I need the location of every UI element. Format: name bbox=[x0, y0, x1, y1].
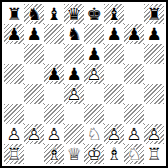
piece-black-king: ♚ bbox=[84, 4, 104, 24]
square-h2[interactable]: ♟♙ bbox=[144, 124, 164, 144]
piece-black-rook: ♜ bbox=[144, 4, 164, 24]
piece-white-king-fill: ♚ bbox=[84, 144, 104, 164]
piece-white-pawn: ♙ bbox=[84, 64, 104, 84]
piece-white-pawn: ♙ bbox=[144, 124, 164, 144]
square-a8[interactable]: ♜ bbox=[4, 4, 24, 24]
square-b4[interactable] bbox=[24, 84, 44, 104]
piece-black-pawn: ♟ bbox=[144, 24, 164, 44]
square-c5[interactable]: ♟ bbox=[44, 64, 64, 84]
square-a6[interactable] bbox=[4, 44, 24, 64]
chess-board: ♜♞♝♛♚♝♜♟♟♞♟♟♟♟♟♟♟♙♟♙♟♙♟♙♟♙♞♘♟♙♟♙♟♙♜♖♝♗♛♕… bbox=[4, 4, 164, 164]
piece-black-rook: ♜ bbox=[4, 4, 24, 24]
square-f1[interactable]: ♝♗ bbox=[104, 144, 124, 164]
piece-black-pawn: ♟ bbox=[104, 24, 124, 44]
square-e4[interactable] bbox=[84, 84, 104, 104]
piece-white-pawn: ♙ bbox=[44, 124, 64, 144]
square-d4[interactable]: ♟♙ bbox=[64, 84, 84, 104]
piece-white-rook: ♖ bbox=[144, 144, 164, 164]
piece-white-bishop-fill: ♝ bbox=[44, 144, 64, 164]
square-b5[interactable] bbox=[24, 64, 44, 84]
piece-white-pawn-fill: ♟ bbox=[104, 124, 124, 144]
piece-white-queen-fill: ♛ bbox=[64, 144, 84, 164]
piece-white-pawn-fill: ♟ bbox=[4, 124, 24, 144]
square-e8[interactable]: ♚ bbox=[84, 4, 104, 24]
square-g4[interactable] bbox=[124, 84, 144, 104]
square-f3[interactable] bbox=[104, 104, 124, 124]
square-h4[interactable] bbox=[144, 84, 164, 104]
square-c7[interactable] bbox=[44, 24, 64, 44]
square-b7[interactable]: ♟ bbox=[24, 24, 44, 44]
piece-white-pawn-fill: ♟ bbox=[124, 124, 144, 144]
piece-white-knight: ♘ bbox=[124, 144, 144, 164]
square-b6[interactable] bbox=[24, 44, 44, 64]
square-g1[interactable]: ♞♘ bbox=[124, 144, 144, 164]
piece-black-pawn: ♟ bbox=[44, 64, 64, 84]
piece-white-pawn: ♙ bbox=[24, 124, 44, 144]
square-g7[interactable]: ♟ bbox=[124, 24, 144, 44]
board-frame: ♜♞♝♛♚♝♜♟♟♞♟♟♟♟♟♟♟♙♟♙♟♙♟♙♟♙♞♘♟♙♟♙♟♙♜♖♝♗♛♕… bbox=[0, 0, 168, 168]
piece-white-rook-fill: ♜ bbox=[144, 144, 164, 164]
square-b8[interactable]: ♞ bbox=[24, 4, 44, 24]
square-c4[interactable] bbox=[44, 84, 64, 104]
square-e6[interactable]: ♟ bbox=[84, 44, 104, 64]
piece-white-knight-fill: ♞ bbox=[84, 124, 104, 144]
piece-black-bishop: ♝ bbox=[104, 4, 124, 24]
square-g2[interactable]: ♟♙ bbox=[124, 124, 144, 144]
square-d6[interactable] bbox=[64, 44, 84, 64]
piece-white-pawn: ♙ bbox=[104, 124, 124, 144]
piece-black-pawn: ♟ bbox=[124, 24, 144, 44]
square-d5[interactable]: ♟ bbox=[64, 64, 84, 84]
square-h8[interactable]: ♜ bbox=[144, 4, 164, 24]
piece-white-king: ♔ bbox=[84, 144, 104, 164]
piece-white-pawn-fill: ♟ bbox=[24, 124, 44, 144]
square-c8[interactable]: ♝ bbox=[44, 4, 64, 24]
square-a3[interactable] bbox=[4, 104, 24, 124]
piece-white-knight-fill: ♞ bbox=[124, 144, 144, 164]
square-c3[interactable] bbox=[44, 104, 64, 124]
piece-white-pawn: ♙ bbox=[64, 84, 84, 104]
square-f6[interactable] bbox=[104, 44, 124, 64]
piece-black-pawn: ♟ bbox=[84, 44, 104, 64]
square-c6[interactable] bbox=[44, 44, 64, 64]
piece-black-knight: ♞ bbox=[64, 24, 84, 44]
piece-white-pawn-fill: ♟ bbox=[144, 124, 164, 144]
piece-white-queen: ♕ bbox=[64, 144, 84, 164]
piece-white-pawn-fill: ♟ bbox=[84, 64, 104, 84]
square-f2[interactable]: ♟♙ bbox=[104, 124, 124, 144]
square-g6[interactable] bbox=[124, 44, 144, 64]
square-f7[interactable]: ♟ bbox=[104, 24, 124, 44]
square-a1[interactable]: ♜♖ bbox=[4, 144, 24, 164]
square-f5[interactable] bbox=[104, 64, 124, 84]
square-b2[interactable]: ♟♙ bbox=[24, 124, 44, 144]
square-h7[interactable]: ♟ bbox=[144, 24, 164, 44]
piece-white-knight: ♘ bbox=[84, 124, 104, 144]
piece-black-queen: ♛ bbox=[64, 4, 84, 24]
square-d3[interactable] bbox=[64, 104, 84, 124]
piece-black-knight: ♞ bbox=[24, 4, 44, 24]
piece-white-pawn: ♙ bbox=[4, 124, 24, 144]
piece-black-pawn: ♟ bbox=[64, 64, 84, 84]
square-d2[interactable] bbox=[64, 124, 84, 144]
square-h6[interactable] bbox=[144, 44, 164, 64]
square-a4[interactable] bbox=[4, 84, 24, 104]
piece-white-bishop: ♗ bbox=[104, 144, 124, 164]
square-e5[interactable]: ♟♙ bbox=[84, 64, 104, 84]
square-h3[interactable] bbox=[144, 104, 164, 124]
piece-white-bishop-fill: ♝ bbox=[104, 144, 124, 164]
square-a2[interactable]: ♟♙ bbox=[4, 124, 24, 144]
square-e3[interactable] bbox=[84, 104, 104, 124]
square-h5[interactable] bbox=[144, 64, 164, 84]
square-d1[interactable]: ♛♕ bbox=[64, 144, 84, 164]
piece-white-rook-fill: ♜ bbox=[4, 144, 24, 164]
square-g5[interactable] bbox=[124, 64, 144, 84]
piece-white-bishop: ♗ bbox=[44, 144, 64, 164]
piece-black-bishop: ♝ bbox=[44, 4, 64, 24]
square-d7[interactable]: ♞ bbox=[64, 24, 84, 44]
square-b1[interactable] bbox=[24, 144, 44, 164]
square-h1[interactable]: ♜♖ bbox=[144, 144, 164, 164]
square-a7[interactable]: ♟ bbox=[4, 24, 24, 44]
piece-black-pawn: ♟ bbox=[24, 24, 44, 44]
square-a5[interactable] bbox=[4, 64, 24, 84]
square-c2[interactable]: ♟♙ bbox=[44, 124, 64, 144]
piece-white-pawn-fill: ♟ bbox=[64, 84, 84, 104]
square-f8[interactable]: ♝ bbox=[104, 4, 124, 24]
square-g3[interactable] bbox=[124, 104, 144, 124]
piece-black-pawn: ♟ bbox=[4, 24, 24, 44]
square-b3[interactable] bbox=[24, 104, 44, 124]
square-e7[interactable] bbox=[84, 24, 104, 44]
piece-white-rook: ♖ bbox=[4, 144, 24, 164]
square-e2[interactable]: ♞♘ bbox=[84, 124, 104, 144]
square-f4[interactable] bbox=[104, 84, 124, 104]
square-d8[interactable]: ♛ bbox=[64, 4, 84, 24]
square-g8[interactable] bbox=[124, 4, 144, 24]
square-c1[interactable]: ♝♗ bbox=[44, 144, 64, 164]
square-e1[interactable]: ♚♔ bbox=[84, 144, 104, 164]
piece-white-pawn: ♙ bbox=[124, 124, 144, 144]
piece-white-pawn-fill: ♟ bbox=[44, 124, 64, 144]
